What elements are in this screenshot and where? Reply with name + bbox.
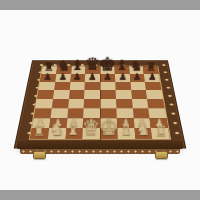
board-grid: ♜♞♝♛♚♝♞♜♟♟♟♟♟♟♟♟♟♟♟♟♟♟♟♟♜♞♝♛♚♝♞♜	[29, 66, 171, 140]
square-e6[interactable]	[100, 82, 115, 90]
square-a1[interactable]: ♜	[30, 128, 49, 139]
board-front-edge	[17, 141, 183, 149]
piece-black-pawn[interactable]: ♟	[118, 72, 126, 81]
piece-white-queen[interactable]: ♛	[82, 118, 100, 139]
square-g5[interactable]	[131, 90, 148, 99]
square-e5[interactable]	[100, 90, 116, 99]
square-d6[interactable]	[85, 82, 100, 90]
letterbox-bar-bottom	[0, 190, 200, 200]
piece-black-pawn[interactable]: ♟	[103, 72, 111, 81]
piece-white-bishop[interactable]: ♝	[66, 121, 81, 138]
square-b4[interactable]	[52, 99, 69, 108]
square-h6[interactable]	[145, 82, 161, 90]
brass-clasp-right-icon	[155, 151, 168, 159]
square-a6[interactable]	[39, 82, 55, 90]
square-d5[interactable]	[84, 90, 100, 99]
square-c7[interactable]: ♟	[70, 74, 85, 82]
square-f7[interactable]: ♟	[115, 74, 130, 82]
piece-black-pawn[interactable]: ♟	[44, 72, 52, 81]
piece-white-knight[interactable]: ♞	[136, 122, 151, 139]
square-b6[interactable]	[54, 82, 70, 90]
piece-white-king[interactable]: ♚	[99, 116, 119, 138]
square-c1[interactable]: ♝	[65, 128, 83, 139]
square-h5[interactable]	[146, 90, 163, 99]
piece-black-pawn[interactable]: ♟	[133, 72, 141, 81]
square-c6[interactable]	[69, 82, 85, 90]
square-g6[interactable]	[130, 82, 146, 90]
square-a7[interactable]: ♟	[40, 74, 56, 82]
piece-white-bishop[interactable]: ♝	[118, 121, 133, 138]
piece-white-rook[interactable]: ♜	[33, 124, 45, 138]
square-d1[interactable]: ♛	[83, 128, 100, 139]
square-b1[interactable]: ♞	[48, 128, 66, 139]
piece-white-rook[interactable]: ♜	[155, 124, 167, 138]
square-d7[interactable]: ♟	[85, 74, 100, 82]
piece-black-pawn[interactable]: ♟	[148, 72, 156, 81]
square-h7[interactable]: ♟	[144, 74, 160, 82]
square-e7[interactable]: ♟	[100, 74, 115, 82]
square-a5[interactable]	[37, 90, 54, 99]
piece-black-pawn[interactable]: ♟	[58, 72, 66, 81]
square-g4[interactable]	[132, 99, 149, 108]
square-c4[interactable]	[68, 99, 85, 108]
square-h4[interactable]	[147, 99, 164, 108]
piece-white-knight[interactable]: ♞	[49, 122, 64, 139]
square-d4[interactable]	[84, 99, 100, 108]
square-g1[interactable]: ♞	[134, 128, 152, 139]
photo-background: ♜♞♝♛♚♝♞♜♟♟♟♟♟♟♟♟♟♟♟♟♟♟♟♟♜♞♝♛♚♝♞♜	[0, 0, 200, 200]
square-a4[interactable]	[35, 99, 52, 108]
square-e1[interactable]: ♚	[100, 128, 117, 139]
square-h1[interactable]: ♜	[151, 128, 170, 139]
square-f5[interactable]	[115, 90, 131, 99]
square-g7[interactable]: ♟	[129, 74, 145, 82]
square-f1[interactable]: ♝	[117, 128, 135, 139]
brass-clasp-left-icon	[33, 151, 46, 159]
square-c5[interactable]	[69, 90, 85, 99]
piece-black-pawn[interactable]: ♟	[88, 72, 96, 81]
chessboard: ♜♞♝♛♚♝♞♜♟♟♟♟♟♟♟♟♟♟♟♟♟♟♟♟♜♞♝♛♚♝♞♜	[14, 60, 187, 148]
square-f6[interactable]	[115, 82, 131, 90]
square-b5[interactable]	[53, 90, 70, 99]
square-e4[interactable]	[100, 99, 116, 108]
board-frame-medallions: ♜♞♝♛♚♝♞♜♟♟♟♟♟♟♟♟♟♟♟♟♟♟♟♟♜♞♝♛♚♝♞♜	[14, 60, 187, 148]
square-b7[interactable]: ♟	[55, 74, 71, 82]
square-f4[interactable]	[116, 99, 133, 108]
piece-black-pawn[interactable]: ♟	[73, 72, 81, 81]
